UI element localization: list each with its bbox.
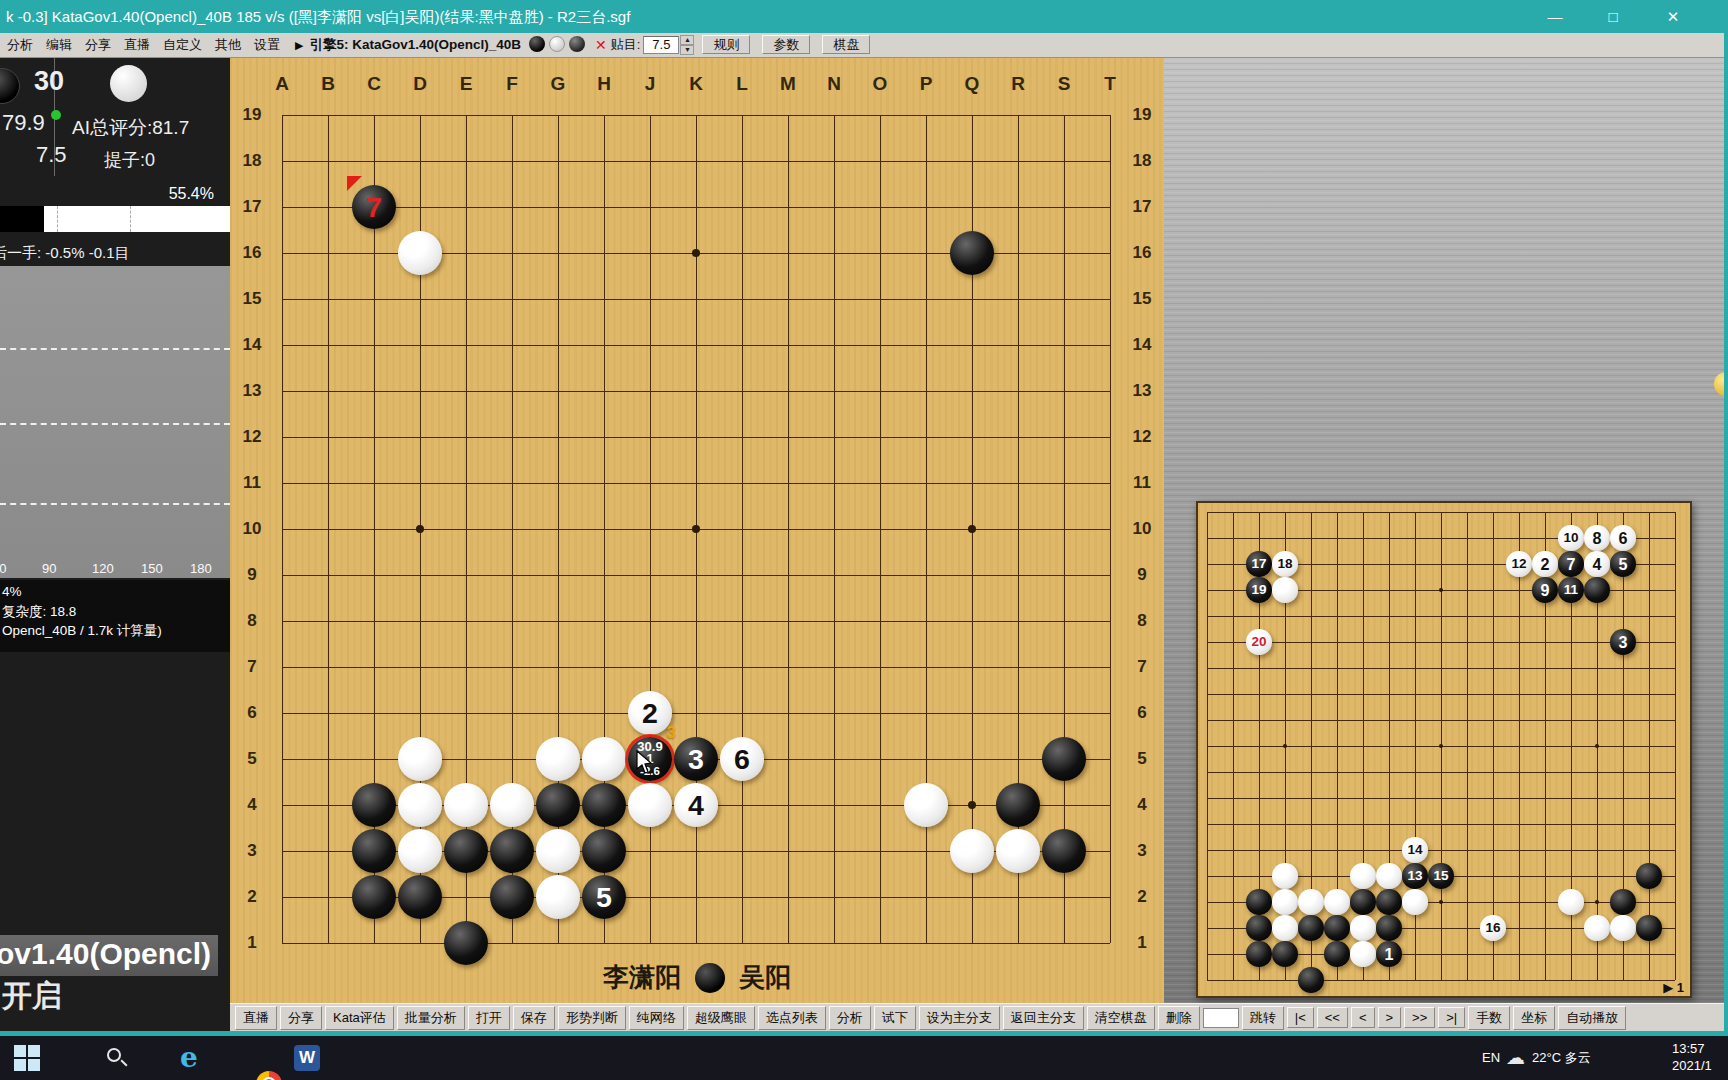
stone-white[interactable] (1610, 915, 1635, 940)
board-point[interactable] (535, 644, 581, 690)
board-point[interactable] (1506, 681, 1532, 707)
board-point[interactable] (581, 552, 627, 598)
board-point[interactable] (1610, 707, 1636, 733)
board-point[interactable] (1636, 863, 1662, 889)
winrate-graph[interactable]: 60 90 120 150 180 (0, 266, 230, 578)
toolbar-button[interactable]: 批量分析 (397, 1006, 465, 1030)
board-point[interactable] (1532, 941, 1558, 967)
stone-black[interactable] (950, 231, 995, 276)
board-point[interactable] (1220, 759, 1246, 785)
toolbar-button[interactable]: 分析 (829, 1006, 871, 1030)
board-point[interactable] (903, 322, 949, 368)
board-point[interactable] (903, 184, 949, 230)
board-point[interactable] (1610, 577, 1636, 603)
board-point[interactable] (1428, 525, 1454, 551)
board-point[interactable] (765, 598, 811, 644)
board-point[interactable]: 3 (1610, 629, 1636, 655)
board-point[interactable] (443, 644, 489, 690)
board-point[interactable] (1087, 368, 1133, 414)
board-point[interactable] (1506, 499, 1532, 525)
board-point[interactable] (903, 230, 949, 276)
stone-white[interactable] (1298, 889, 1323, 914)
board-point[interactable] (1402, 577, 1428, 603)
board-point[interactable] (627, 460, 673, 506)
board-point[interactable] (1480, 551, 1506, 577)
board-point[interactable] (1532, 681, 1558, 707)
board-point[interactable] (305, 276, 351, 322)
stone-black[interactable] (1246, 941, 1271, 966)
board-point[interactable]: 1 (1376, 941, 1402, 967)
board-point[interactable] (1532, 603, 1558, 629)
board-point[interactable] (259, 874, 305, 920)
board-point[interactable] (581, 506, 627, 552)
board-point[interactable] (627, 598, 673, 644)
board-point[interactable] (995, 644, 1041, 690)
board-point[interactable] (1558, 681, 1584, 707)
board-point[interactable] (1324, 603, 1350, 629)
board-point[interactable]: 4 (1584, 551, 1610, 577)
board-point[interactable]: 5 (581, 874, 627, 920)
board-point[interactable] (673, 184, 719, 230)
board-point[interactable]: 7 (1558, 551, 1584, 577)
board-point[interactable] (489, 506, 535, 552)
board-point[interactable] (949, 874, 995, 920)
board-point[interactable] (1350, 889, 1376, 915)
board-point[interactable] (1350, 785, 1376, 811)
board-point[interactable] (1041, 644, 1087, 690)
board-point[interactable] (1194, 733, 1220, 759)
stone-black[interactable] (1584, 577, 1609, 602)
stone-black[interactable]: 15 (1428, 863, 1453, 888)
board-point[interactable] (765, 920, 811, 966)
board-point[interactable] (443, 736, 489, 782)
board-point[interactable] (1376, 967, 1402, 993)
board-point[interactable] (1324, 577, 1350, 603)
board-point[interactable] (305, 874, 351, 920)
board-point[interactable] (1428, 655, 1454, 681)
board-point[interactable] (1506, 629, 1532, 655)
menu-item[interactable]: 自定义 (163, 37, 202, 52)
board-point[interactable] (305, 230, 351, 276)
board-point[interactable] (857, 230, 903, 276)
board-point[interactable] (1041, 736, 1087, 782)
board-point[interactable] (1376, 785, 1402, 811)
board-point[interactable] (1636, 837, 1662, 863)
board-point[interactable]: 10 (1558, 525, 1584, 551)
board-point[interactable] (765, 460, 811, 506)
board-point[interactable] (1480, 499, 1506, 525)
board-point[interactable] (397, 322, 443, 368)
board-point[interactable] (1610, 941, 1636, 967)
board-point[interactable] (1662, 759, 1688, 785)
board-point[interactable] (903, 782, 949, 828)
board-point[interactable] (1610, 603, 1636, 629)
board-point[interactable] (1558, 889, 1584, 915)
board-point[interactable] (949, 276, 995, 322)
stone-white[interactable] (1402, 889, 1427, 914)
board-point[interactable] (1376, 655, 1402, 681)
board-point[interactable] (397, 598, 443, 644)
board-point[interactable] (1272, 941, 1298, 967)
board-point[interactable] (443, 874, 489, 920)
board-point[interactable] (489, 460, 535, 506)
board-point[interactable] (1041, 460, 1087, 506)
board-point[interactable] (765, 92, 811, 138)
board-point[interactable] (1454, 837, 1480, 863)
stone-white[interactable]: 6 (720, 737, 765, 782)
board-point[interactable] (397, 920, 443, 966)
board-point[interactable] (811, 644, 857, 690)
board-point[interactable] (1350, 707, 1376, 733)
board-point[interactable] (1194, 577, 1220, 603)
board-point[interactable] (397, 736, 443, 782)
board-point[interactable] (1402, 603, 1428, 629)
board-point[interactable] (305, 184, 351, 230)
board-point[interactable] (1454, 733, 1480, 759)
board-point[interactable] (1194, 889, 1220, 915)
board-point[interactable] (903, 460, 949, 506)
toolbar-button[interactable]: 分享 (280, 1006, 322, 1030)
board-point[interactable] (765, 184, 811, 230)
stone-black[interactable]: 5 (1610, 551, 1635, 576)
board-point[interactable] (995, 506, 1041, 552)
board-point[interactable] (1324, 525, 1350, 551)
board-point[interactable] (1636, 941, 1662, 967)
board-point[interactable] (1041, 138, 1087, 184)
board-point[interactable] (1220, 863, 1246, 889)
board-point[interactable] (1558, 499, 1584, 525)
board-point[interactable] (1194, 551, 1220, 577)
board-point[interactable] (1584, 577, 1610, 603)
board-point[interactable] (857, 552, 903, 598)
stone-black[interactable] (1376, 889, 1401, 914)
nav-button[interactable]: |< (1287, 1007, 1314, 1028)
board-point[interactable] (995, 782, 1041, 828)
board-point[interactable] (1298, 577, 1324, 603)
board-point[interactable] (995, 874, 1041, 920)
board-point[interactable] (1041, 690, 1087, 736)
board-point[interactable] (1041, 598, 1087, 644)
board-point[interactable] (1041, 920, 1087, 966)
board-point[interactable] (765, 736, 811, 782)
board-point[interactable] (1194, 629, 1220, 655)
stone-white[interactable]: 10 (1558, 525, 1583, 550)
board-point[interactable] (811, 184, 857, 230)
stone-white[interactable] (444, 783, 489, 828)
board-point[interactable] (1506, 655, 1532, 681)
stone-black[interactable] (490, 829, 535, 874)
board-point[interactable] (1376, 733, 1402, 759)
board-point[interactable] (1480, 707, 1506, 733)
board-point[interactable] (1350, 811, 1376, 837)
board-point[interactable] (1506, 811, 1532, 837)
stone-black[interactable] (444, 829, 489, 874)
stone-white[interactable]: 8 (1584, 525, 1609, 550)
board-point[interactable] (1454, 525, 1480, 551)
board-point[interactable] (351, 828, 397, 874)
board-point[interactable] (1220, 915, 1246, 941)
board-point[interactable] (1350, 759, 1376, 785)
board-point[interactable] (719, 322, 765, 368)
board-point[interactable] (581, 736, 627, 782)
board-point[interactable] (1558, 655, 1584, 681)
board-point[interactable] (1662, 707, 1688, 733)
board-point[interactable] (1194, 681, 1220, 707)
board-point[interactable] (627, 230, 673, 276)
board-point[interactable] (443, 276, 489, 322)
board-point[interactable] (1480, 629, 1506, 655)
board-point[interactable] (719, 828, 765, 874)
board-point[interactable] (1246, 707, 1272, 733)
board-point[interactable] (1376, 863, 1402, 889)
board-point[interactable] (673, 138, 719, 184)
board-point[interactable] (1350, 681, 1376, 707)
board-point[interactable] (305, 644, 351, 690)
stone-white[interactable]: 16 (1480, 915, 1505, 940)
board-point[interactable] (857, 874, 903, 920)
board-point[interactable] (1041, 782, 1087, 828)
stone-black[interactable]: 30.91-2.63 (628, 737, 673, 782)
cloud-weather-icon[interactable]: ☁ (1506, 1036, 1525, 1080)
board-point[interactable] (1041, 552, 1087, 598)
board-point[interactable] (1087, 322, 1133, 368)
toolbar-button[interactable]: 直播 (235, 1006, 277, 1030)
board-point[interactable] (535, 828, 581, 874)
board-point[interactable] (1298, 681, 1324, 707)
board-point[interactable] (1480, 837, 1506, 863)
board-point[interactable] (1324, 551, 1350, 577)
board-point[interactable] (1584, 967, 1610, 993)
board-point[interactable] (1636, 967, 1662, 993)
board-point[interactable] (673, 322, 719, 368)
board-point[interactable] (443, 598, 489, 644)
board-point[interactable] (1454, 759, 1480, 785)
board-point[interactable] (903, 828, 949, 874)
board-point[interactable] (1324, 655, 1350, 681)
board-point[interactable] (1272, 655, 1298, 681)
stone-white[interactable] (1558, 889, 1583, 914)
stone-white[interactable] (628, 783, 673, 828)
board-point[interactable] (1272, 707, 1298, 733)
board-point[interactable] (673, 690, 719, 736)
board-point[interactable] (1220, 967, 1246, 993)
stone-white[interactable] (1272, 863, 1297, 888)
board-point[interactable] (305, 736, 351, 782)
board-point[interactable] (1246, 681, 1272, 707)
board-point[interactable] (489, 322, 535, 368)
board-point[interactable] (1298, 889, 1324, 915)
board-point[interactable] (581, 230, 627, 276)
board-point[interactable] (1220, 655, 1246, 681)
board-point[interactable] (443, 782, 489, 828)
nav-button[interactable]: >| (1438, 1007, 1465, 1028)
board-point[interactable] (1272, 681, 1298, 707)
board-point[interactable] (489, 184, 535, 230)
board-point[interactable] (857, 506, 903, 552)
board-point[interactable] (1298, 707, 1324, 733)
board-point[interactable] (811, 828, 857, 874)
board-point[interactable] (535, 598, 581, 644)
board-point[interactable] (1041, 506, 1087, 552)
board-point[interactable] (627, 276, 673, 322)
board-point[interactable] (1350, 967, 1376, 993)
board-point[interactable]: 3 (673, 736, 719, 782)
board-point[interactable] (1532, 889, 1558, 915)
board-point[interactable] (811, 782, 857, 828)
board-point[interactable] (489, 736, 535, 782)
board-point[interactable] (1506, 525, 1532, 551)
board-point[interactable] (581, 138, 627, 184)
board-point[interactable] (811, 736, 857, 782)
board-point[interactable] (995, 414, 1041, 460)
board-point[interactable] (1636, 733, 1662, 759)
board-point[interactable] (1272, 811, 1298, 837)
board-point[interactable] (1506, 837, 1532, 863)
board-point[interactable] (1087, 414, 1133, 460)
board-point[interactable] (1272, 577, 1298, 603)
board-point[interactable] (719, 460, 765, 506)
board-point[interactable] (1480, 811, 1506, 837)
board-point[interactable] (1376, 915, 1402, 941)
board-point[interactable]: 12 (1506, 551, 1532, 577)
stone-white[interactable] (1584, 915, 1609, 940)
board-point[interactable] (259, 414, 305, 460)
board-point[interactable] (259, 92, 305, 138)
board-point[interactable] (1662, 863, 1688, 889)
board-point[interactable] (489, 368, 535, 414)
board-point[interactable] (1246, 889, 1272, 915)
board-point[interactable] (995, 276, 1041, 322)
board-point[interactable] (1558, 863, 1584, 889)
stone-black[interactable] (1376, 915, 1401, 940)
board-point[interactable] (489, 230, 535, 276)
board-point[interactable] (1298, 759, 1324, 785)
board-point[interactable] (535, 506, 581, 552)
board-point[interactable] (1220, 811, 1246, 837)
board-point[interactable] (351, 92, 397, 138)
board-point[interactable] (857, 184, 903, 230)
board-point[interactable] (1402, 733, 1428, 759)
board-point[interactable] (1298, 837, 1324, 863)
board-point[interactable] (1350, 655, 1376, 681)
board-point[interactable] (1324, 915, 1350, 941)
board-point[interactable] (811, 322, 857, 368)
board-point[interactable] (1246, 785, 1272, 811)
board-point[interactable] (1610, 967, 1636, 993)
board-point[interactable]: 15 (1428, 863, 1454, 889)
board-point[interactable] (489, 828, 535, 874)
board-point[interactable]: 9 (1532, 577, 1558, 603)
board-point[interactable] (1610, 889, 1636, 915)
board-point[interactable] (1376, 551, 1402, 577)
menu-item[interactable]: 编辑 (46, 37, 72, 52)
board-point[interactable] (489, 874, 535, 920)
board-point[interactable] (1584, 759, 1610, 785)
board-point[interactable] (1610, 811, 1636, 837)
board-point[interactable] (397, 414, 443, 460)
board-point[interactable] (1454, 941, 1480, 967)
board-point[interactable] (535, 460, 581, 506)
board-point[interactable] (1558, 967, 1584, 993)
toolbar-button[interactable]: 返回主分支 (1003, 1006, 1084, 1030)
stone-black[interactable] (1298, 915, 1323, 940)
menu-item[interactable]: 分享 (85, 37, 111, 52)
board-point[interactable] (995, 552, 1041, 598)
board-point[interactable] (903, 644, 949, 690)
board-point[interactable] (1272, 889, 1298, 915)
board-point[interactable] (1350, 733, 1376, 759)
board-point[interactable] (719, 874, 765, 920)
board-point[interactable] (1506, 863, 1532, 889)
stone-white[interactable] (904, 783, 949, 828)
board-point[interactable] (1376, 525, 1402, 551)
board-point[interactable] (1480, 759, 1506, 785)
board-point[interactable] (1324, 785, 1350, 811)
board-point[interactable]: 7 (351, 184, 397, 230)
stone-white[interactable] (1350, 863, 1375, 888)
board-point[interactable] (949, 368, 995, 414)
board-point[interactable] (1194, 785, 1220, 811)
board-point[interactable] (719, 92, 765, 138)
board-point[interactable] (811, 138, 857, 184)
board-point[interactable] (627, 138, 673, 184)
stone-black[interactable]: 7 (352, 185, 397, 230)
board-point[interactable] (765, 644, 811, 690)
board-point[interactable] (259, 460, 305, 506)
board-point[interactable] (351, 276, 397, 322)
board-point[interactable] (1402, 915, 1428, 941)
stone-white[interactable]: 20 (1246, 629, 1271, 654)
board-point[interactable] (903, 552, 949, 598)
board-point[interactable] (1454, 681, 1480, 707)
board-point[interactable] (1584, 733, 1610, 759)
board-point[interactable] (1220, 941, 1246, 967)
engine-x-icon[interactable]: ✕ (595, 37, 607, 53)
word-icon[interactable]: W (294, 1045, 320, 1071)
board-point[interactable] (1402, 811, 1428, 837)
board-point[interactable] (1350, 551, 1376, 577)
board-point[interactable] (1584, 863, 1610, 889)
board-point[interactable] (581, 184, 627, 230)
board-point[interactable] (903, 690, 949, 736)
board-point[interactable] (581, 644, 627, 690)
board-point[interactable] (1532, 707, 1558, 733)
board-point[interactable]: 5 (1610, 551, 1636, 577)
board-point[interactable] (351, 414, 397, 460)
board-point[interactable]: 14 (1402, 837, 1428, 863)
board-point[interactable] (581, 598, 627, 644)
board-point[interactable] (1272, 603, 1298, 629)
board-point[interactable] (995, 322, 1041, 368)
board-point[interactable] (1350, 603, 1376, 629)
board-point[interactable] (1532, 629, 1558, 655)
board-point[interactable] (1402, 785, 1428, 811)
board-point[interactable] (443, 322, 489, 368)
board-point[interactable] (995, 92, 1041, 138)
board-point[interactable] (857, 414, 903, 460)
board-point[interactable]: 6 (1610, 525, 1636, 551)
board-point[interactable] (949, 644, 995, 690)
board-point[interactable] (1041, 322, 1087, 368)
board-point[interactable] (1636, 707, 1662, 733)
board-point[interactable] (903, 874, 949, 920)
board-point[interactable] (259, 184, 305, 230)
board-point[interactable] (1376, 811, 1402, 837)
stone-black[interactable] (444, 921, 489, 966)
board-point[interactable] (765, 322, 811, 368)
board-point[interactable] (1506, 941, 1532, 967)
board-point[interactable] (1454, 967, 1480, 993)
